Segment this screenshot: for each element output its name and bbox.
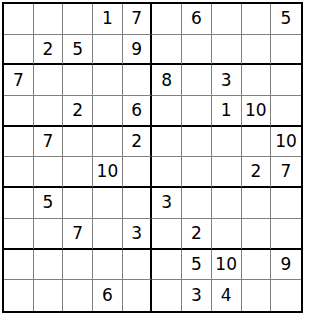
cell-r2c8-empty[interactable] [212, 35, 242, 66]
cell-r10c8-given[interactable]: 4 [212, 280, 242, 311]
cell-r9c3-empty[interactable] [63, 250, 93, 281]
cell-r10c10-empty[interactable] [271, 280, 301, 311]
sudoku-board: 17652597832611072101027537325109634 [2, 2, 303, 313]
cell-r2c6-empty[interactable] [152, 35, 182, 66]
cell-r5c9-empty[interactable] [242, 127, 272, 158]
cell-r7c6-given[interactable]: 3 [152, 188, 182, 219]
cell-r9c1-empty[interactable] [4, 250, 34, 281]
cell-r6c5-empty[interactable] [123, 157, 153, 188]
cell-r8c5-given[interactable]: 3 [123, 219, 153, 250]
cell-r8c9-empty[interactable] [242, 219, 272, 250]
cell-r4c10-empty[interactable] [271, 96, 301, 127]
cell-r1c9-empty[interactable] [242, 4, 272, 35]
cell-r9c2-empty[interactable] [34, 250, 64, 281]
cell-r1c8-empty[interactable] [212, 4, 242, 35]
cell-r7c9-empty[interactable] [242, 188, 272, 219]
cell-r6c1-empty[interactable] [4, 157, 34, 188]
cell-r1c3-empty[interactable] [63, 4, 93, 35]
cell-r5c2-given[interactable]: 7 [34, 127, 64, 158]
cell-r2c4-empty[interactable] [93, 35, 123, 66]
cell-r4c1-empty[interactable] [4, 96, 34, 127]
cell-r3c9-empty[interactable] [242, 65, 272, 96]
cell-r7c8-empty[interactable] [212, 188, 242, 219]
cell-r7c7-empty[interactable] [182, 188, 212, 219]
cell-r10c2-empty[interactable] [34, 280, 64, 311]
cell-r9c10-given[interactable]: 9 [271, 250, 301, 281]
cell-r4c3-given[interactable]: 2 [63, 96, 93, 127]
cell-r5c1-empty[interactable] [4, 127, 34, 158]
cell-r9c6-empty[interactable] [152, 250, 182, 281]
cell-r7c10-empty[interactable] [271, 188, 301, 219]
cell-r7c2-given[interactable]: 5 [34, 188, 64, 219]
cell-r6c2-empty[interactable] [34, 157, 64, 188]
cell-r1c6-empty[interactable] [152, 4, 182, 35]
cell-r8c2-empty[interactable] [34, 219, 64, 250]
cell-r2c3-given[interactable]: 5 [63, 35, 93, 66]
cell-r5c4-empty[interactable] [93, 127, 123, 158]
cell-r4c9-given[interactable]: 10 [242, 96, 272, 127]
cell-r7c5-empty[interactable] [123, 188, 153, 219]
cell-r9c5-empty[interactable] [123, 250, 153, 281]
cell-r8c1-empty[interactable] [4, 219, 34, 250]
cell-r6c9-given[interactable]: 2 [242, 157, 272, 188]
cell-r4c2-empty[interactable] [34, 96, 64, 127]
cell-r8c3-given[interactable]: 7 [63, 219, 93, 250]
cell-r9c4-empty[interactable] [93, 250, 123, 281]
cell-r10c3-empty[interactable] [63, 280, 93, 311]
cell-r3c10-empty[interactable] [271, 65, 301, 96]
cell-r5c3-empty[interactable] [63, 127, 93, 158]
cell-r6c10-given[interactable]: 7 [271, 157, 301, 188]
cell-r4c4-empty[interactable] [93, 96, 123, 127]
cell-r7c1-empty[interactable] [4, 188, 34, 219]
cell-r2c1-empty[interactable] [4, 35, 34, 66]
cell-r9c9-empty[interactable] [242, 250, 272, 281]
cell-r10c6-empty[interactable] [152, 280, 182, 311]
cell-r5c8-empty[interactable] [212, 127, 242, 158]
cell-r10c5-empty[interactable] [123, 280, 153, 311]
cell-r4c5-given[interactable]: 6 [123, 96, 153, 127]
cell-r7c4-empty[interactable] [93, 188, 123, 219]
cell-r4c8-given[interactable]: 1 [212, 96, 242, 127]
cell-r1c2-empty[interactable] [34, 4, 64, 35]
cell-r3c7-empty[interactable] [182, 65, 212, 96]
cell-r6c6-empty[interactable] [152, 157, 182, 188]
cell-r2c7-empty[interactable] [182, 35, 212, 66]
cell-r2c9-empty[interactable] [242, 35, 272, 66]
cell-r4c7-empty[interactable] [182, 96, 212, 127]
cell-r3c2-empty[interactable] [34, 65, 64, 96]
cell-r1c10-given[interactable]: 5 [271, 4, 301, 35]
cell-r6c7-empty[interactable] [182, 157, 212, 188]
cell-r9c8-given[interactable]: 10 [212, 250, 242, 281]
cell-r10c9-empty[interactable] [242, 280, 272, 311]
cell-r10c4-given[interactable]: 6 [93, 280, 123, 311]
cell-r5c5-given[interactable]: 2 [123, 127, 153, 158]
cell-r2c2-given[interactable]: 2 [34, 35, 64, 66]
cell-r3c3-empty[interactable] [63, 65, 93, 96]
cell-r8c10-empty[interactable] [271, 219, 301, 250]
cell-r5c7-empty[interactable] [182, 127, 212, 158]
cell-r10c1-empty[interactable] [4, 280, 34, 311]
cell-r9c7-given[interactable]: 5 [182, 250, 212, 281]
cell-r1c1-empty[interactable] [4, 4, 34, 35]
cell-r8c6-empty[interactable] [152, 219, 182, 250]
cell-r3c1-given[interactable]: 7 [4, 65, 34, 96]
cell-r1c5-given[interactable]: 7 [123, 4, 153, 35]
cell-r5c6-empty[interactable] [152, 127, 182, 158]
cell-r6c3-empty[interactable] [63, 157, 93, 188]
cell-r3c8-given[interactable]: 3 [212, 65, 242, 96]
cell-r3c6-given[interactable]: 8 [152, 65, 182, 96]
cell-r10c7-given[interactable]: 3 [182, 280, 212, 311]
cell-r5c10-given[interactable]: 10 [271, 127, 301, 158]
cell-r3c5-empty[interactable] [123, 65, 153, 96]
cell-r3c4-empty[interactable] [93, 65, 123, 96]
cell-r7c3-empty[interactable] [63, 188, 93, 219]
cell-r6c8-empty[interactable] [212, 157, 242, 188]
cell-r8c4-empty[interactable] [93, 219, 123, 250]
cell-r2c10-empty[interactable] [271, 35, 301, 66]
cell-r8c7-given[interactable]: 2 [182, 219, 212, 250]
cell-r2c5-given[interactable]: 9 [123, 35, 153, 66]
cell-r8c8-empty[interactable] [212, 219, 242, 250]
cell-r1c7-given[interactable]: 6 [182, 4, 212, 35]
cell-r6c4-given[interactable]: 10 [93, 157, 123, 188]
cell-r1c4-given[interactable]: 1 [93, 4, 123, 35]
cell-r4c6-empty[interactable] [152, 96, 182, 127]
